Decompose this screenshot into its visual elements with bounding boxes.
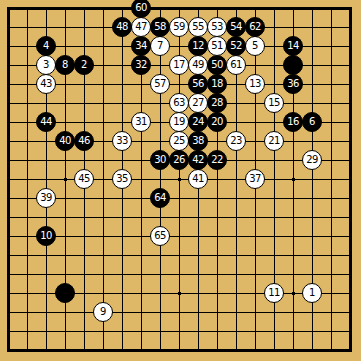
stone-black-42: 42 [188,150,208,170]
stone-white-11: 11 [264,283,284,303]
stone-white-37: 37 [245,169,265,189]
stone-white-59: 59 [169,17,189,37]
stone-white-23: 23 [226,131,246,151]
stone-white-55: 55 [188,17,208,37]
stone-white-19: 19 [169,112,189,132]
stone-black-56: 56 [188,74,208,94]
stone-white-5: 5 [245,36,265,56]
stones-layer: 1234567891011121314151617181920212223242… [0,0,361,361]
stone-black-28: 28 [207,93,227,113]
stone-white-57: 57 [150,74,170,94]
stone-white-61: 61 [226,55,246,75]
stone-black-50: 50 [207,55,227,75]
stone-black-52: 52 [226,36,246,56]
stone-black-34: 34 [131,36,151,56]
stone-black-setup [283,55,303,75]
stone-black-64: 64 [150,188,170,208]
stone-black-38: 38 [188,131,208,151]
stone-white-1: 1 [302,283,322,303]
stone-white-7: 7 [150,36,170,56]
stone-black-24: 24 [188,112,208,132]
stone-black-62: 62 [245,17,265,37]
stone-white-65: 65 [150,226,170,246]
stone-black-26: 26 [169,150,189,170]
stone-white-47: 47 [131,17,151,37]
stone-black-36: 36 [283,74,303,94]
stone-white-45: 45 [74,169,94,189]
stone-white-53: 53 [207,17,227,37]
stone-black-46: 46 [74,131,94,151]
stone-black-32: 32 [131,55,151,75]
stone-white-51: 51 [207,36,227,56]
stone-black-18: 18 [207,74,227,94]
stone-black-22: 22 [207,150,227,170]
stone-white-43: 43 [36,74,56,94]
stone-white-33: 33 [112,131,132,151]
stone-black-2: 2 [74,55,94,75]
stone-white-27: 27 [188,93,208,113]
stone-black-44: 44 [36,112,56,132]
stone-black-10: 10 [36,226,56,246]
stone-white-31: 31 [131,112,151,132]
stone-white-63: 63 [169,93,189,113]
stone-white-15: 15 [264,93,284,113]
stone-white-3: 3 [36,55,56,75]
stone-black-58: 58 [150,17,170,37]
stone-black-setup [55,283,75,303]
stone-black-20: 20 [207,112,227,132]
stone-white-9: 9 [93,302,113,322]
stone-black-6: 6 [302,112,322,132]
stone-white-29: 29 [302,150,322,170]
stone-black-40: 40 [55,131,75,151]
stone-white-13: 13 [245,74,265,94]
go-board: 1234567891011121314151617181920212223242… [0,0,361,361]
stone-black-16: 16 [283,112,303,132]
stone-black-60: 60 [131,0,151,18]
stone-black-54: 54 [226,17,246,37]
stone-white-21: 21 [264,131,284,151]
stone-white-41: 41 [188,169,208,189]
stone-black-14: 14 [283,36,303,56]
stone-black-4: 4 [36,36,56,56]
stone-white-17: 17 [169,55,189,75]
stone-white-39: 39 [36,188,56,208]
stone-black-8: 8 [55,55,75,75]
stone-white-35: 35 [112,169,132,189]
stone-black-30: 30 [150,150,170,170]
stone-white-49: 49 [188,55,208,75]
stone-white-25: 25 [169,131,189,151]
stone-black-48: 48 [112,17,132,37]
stone-black-12: 12 [188,36,208,56]
